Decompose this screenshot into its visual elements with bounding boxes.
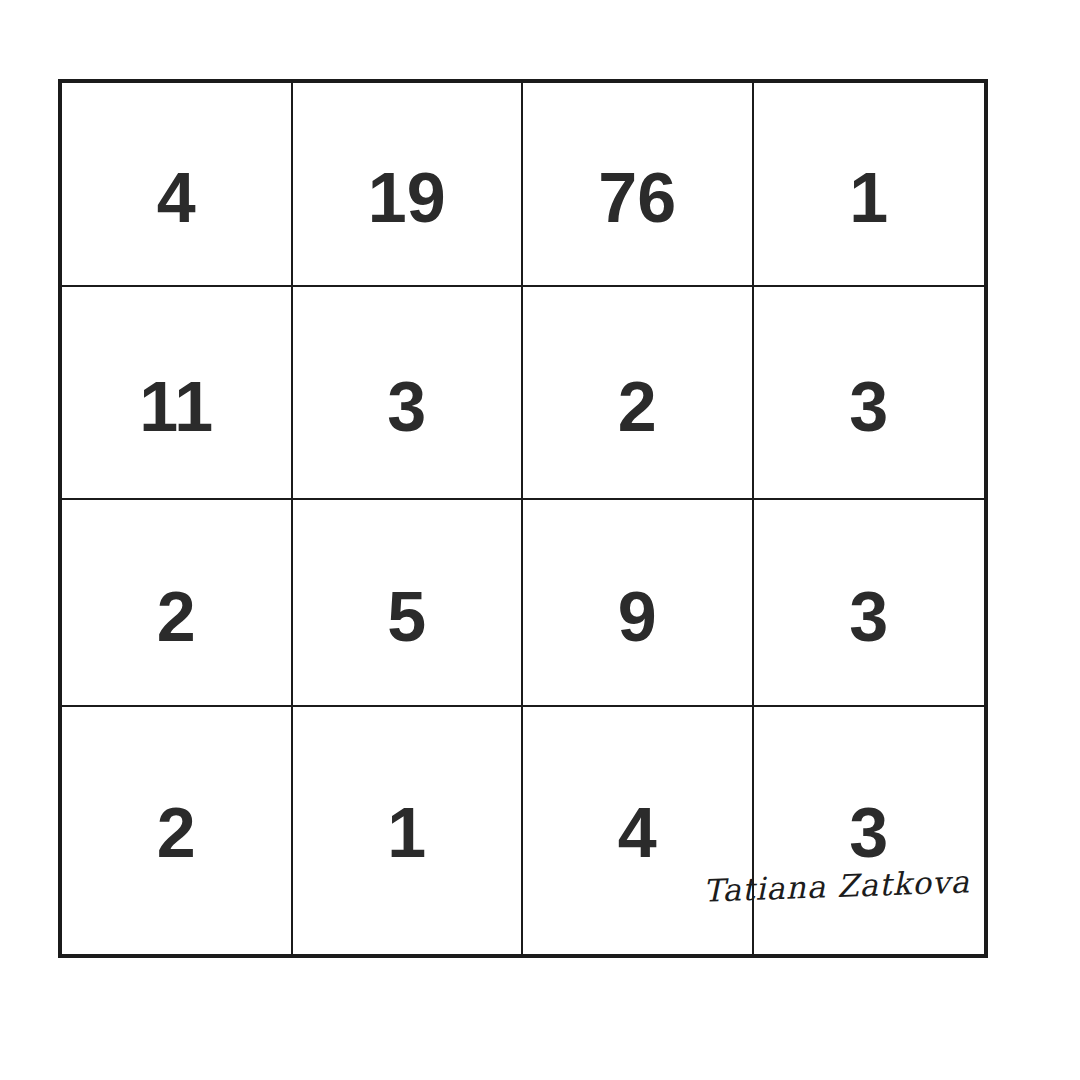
cell-value: 2 xyxy=(157,793,196,873)
cell-r3c3: 9 xyxy=(523,500,754,707)
cell-value: 3 xyxy=(849,793,888,873)
cell-r2c2: 3 xyxy=(293,287,524,500)
cell-r3c1: 2 xyxy=(62,500,293,707)
cell-r1c4: 1 xyxy=(754,83,985,287)
cell-r2c1: 11 xyxy=(62,287,293,500)
cell-r1c1: 4 xyxy=(62,83,293,287)
cell-r4c4: 3 xyxy=(754,707,985,954)
cell-value: 11 xyxy=(139,367,213,447)
cell-value: 19 xyxy=(368,158,446,238)
cell-r4c2: 1 xyxy=(293,707,524,954)
cell-value: 3 xyxy=(849,577,888,657)
cell-value: 2 xyxy=(618,367,657,447)
cell-r3c4: 3 xyxy=(754,500,985,707)
cell-r1c2: 19 xyxy=(293,83,524,287)
puzzle-image: 4 19 76 1 11 3 2 3 2 5 9 3 2 1 4 3 Tatia… xyxy=(0,0,1080,1080)
cell-r1c3: 76 xyxy=(523,83,754,287)
cell-value: 5 xyxy=(387,577,426,657)
cell-r2c4: 3 xyxy=(754,287,985,500)
puzzle-grid: 4 19 76 1 11 3 2 3 2 5 9 3 2 1 4 3 xyxy=(58,79,988,958)
cell-value: 4 xyxy=(618,793,657,873)
cell-r3c2: 5 xyxy=(293,500,524,707)
cell-value: 1 xyxy=(387,793,426,873)
cell-r2c3: 2 xyxy=(523,287,754,500)
cell-value: 9 xyxy=(618,577,657,657)
cell-value: 76 xyxy=(598,158,676,238)
cell-value: 1 xyxy=(849,158,888,238)
cell-value: 2 xyxy=(157,577,196,657)
cell-r4c3: 4 xyxy=(523,707,754,954)
cell-value: 3 xyxy=(387,367,426,447)
cell-value: 4 xyxy=(157,158,196,238)
cell-r4c1: 2 xyxy=(62,707,293,954)
cell-value: 3 xyxy=(849,367,888,447)
